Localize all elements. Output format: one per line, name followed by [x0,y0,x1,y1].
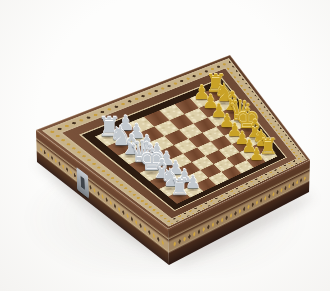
product-photo-backdrop: ♜♟♞♟♝♟♛♟♚♟♟♜♝♟♟♞♞♟♟♜♝♟♟♛♟♚♟♝♟♞♟♜ [0,0,330,291]
piece-silver-rook-h1[interactable]: ♜ [169,176,189,199]
box-latch [76,167,88,199]
piece-gold-pawn-h7[interactable]: ♟ [249,146,264,163]
latch-slot [80,176,84,190]
